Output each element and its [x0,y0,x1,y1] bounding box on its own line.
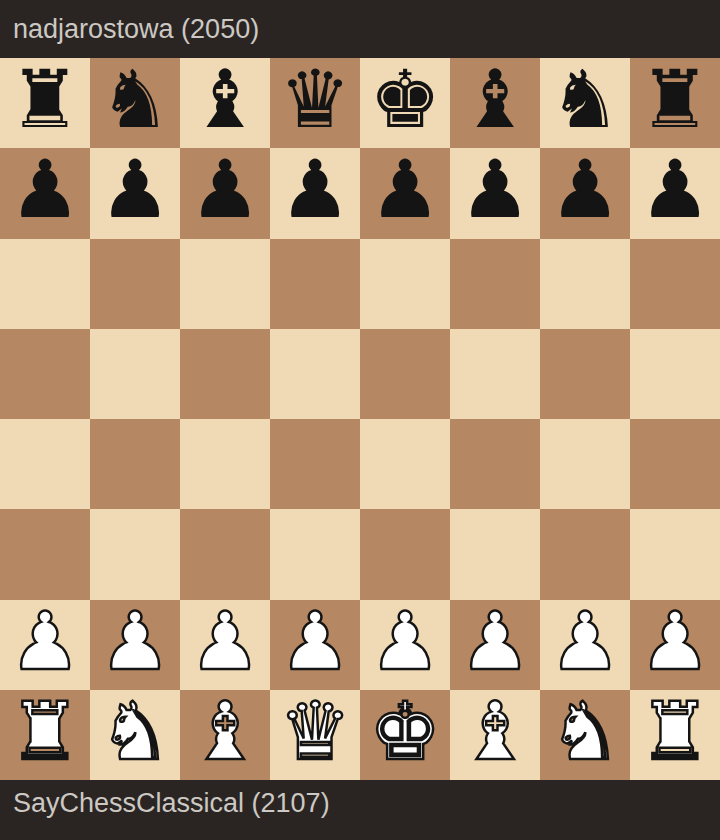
piece-black-pawn[interactable]: ♟ [9,145,81,235]
square-e4[interactable] [360,419,450,509]
square-d2[interactable]: ♟ [270,600,360,690]
square-b7[interactable]: ♟ [90,148,180,238]
piece-white-rook[interactable]: ♜ [9,687,81,777]
square-f4[interactable] [450,419,540,509]
top-player-label[interactable]: nadjarostowa (2050) [13,13,259,45]
square-b2[interactable]: ♟ [90,600,180,690]
piece-white-pawn[interactable]: ♟ [459,597,531,687]
piece-black-knight[interactable]: ♞ [549,55,621,145]
square-d7[interactable]: ♟ [270,148,360,238]
piece-black-bishop[interactable]: ♝ [459,55,531,145]
piece-white-knight[interactable]: ♞ [99,687,171,777]
chess-board: ♜♞♝♛♚♝♞♜♟♟♟♟♟♟♟♟♟♟♟♟♟♟♟♟♜♞♝♛♚♝♞♜ [0,58,720,780]
square-b3[interactable] [90,509,180,599]
square-d4[interactable] [270,419,360,509]
square-f3[interactable] [450,509,540,599]
square-d3[interactable] [270,509,360,599]
piece-white-pawn[interactable]: ♟ [99,597,171,687]
square-h6[interactable] [630,239,720,329]
piece-black-rook[interactable]: ♜ [639,55,711,145]
piece-white-king[interactable]: ♚ [369,687,441,777]
piece-white-queen[interactable]: ♛ [279,687,351,777]
square-h1[interactable]: ♜ [630,690,720,780]
square-b5[interactable] [90,329,180,419]
piece-white-rook[interactable]: ♜ [639,687,711,777]
square-e2[interactable]: ♟ [360,600,450,690]
square-d1[interactable]: ♛ [270,690,360,780]
square-c6[interactable] [180,239,270,329]
square-e3[interactable] [360,509,450,599]
square-a2[interactable]: ♟ [0,600,90,690]
square-a7[interactable]: ♟ [0,148,90,238]
square-g3[interactable] [540,509,630,599]
square-a3[interactable] [0,509,90,599]
square-g4[interactable] [540,419,630,509]
piece-black-pawn[interactable]: ♟ [99,145,171,235]
square-c2[interactable]: ♟ [180,600,270,690]
piece-black-knight[interactable]: ♞ [99,55,171,145]
piece-white-bishop[interactable]: ♝ [189,687,261,777]
square-c3[interactable] [180,509,270,599]
game-window: nadjarostowa (2050) ♜♞♝♛♚♝♞♜♟♟♟♟♟♟♟♟♟♟♟♟… [0,0,720,840]
square-g1[interactable]: ♞ [540,690,630,780]
piece-black-pawn[interactable]: ♟ [549,145,621,235]
piece-black-queen[interactable]: ♛ [279,55,351,145]
square-b8[interactable]: ♞ [90,58,180,148]
square-h4[interactable] [630,419,720,509]
square-c4[interactable] [180,419,270,509]
square-h3[interactable] [630,509,720,599]
piece-white-pawn[interactable]: ♟ [369,597,441,687]
square-g2[interactable]: ♟ [540,600,630,690]
square-f2[interactable]: ♟ [450,600,540,690]
square-f1[interactable]: ♝ [450,690,540,780]
square-e1[interactable]: ♚ [360,690,450,780]
top-player-bar: nadjarostowa (2050) [0,0,720,58]
square-g6[interactable] [540,239,630,329]
piece-white-pawn[interactable]: ♟ [639,597,711,687]
piece-black-pawn[interactable]: ♟ [639,145,711,235]
square-f8[interactable]: ♝ [450,58,540,148]
piece-black-rook[interactable]: ♜ [9,55,81,145]
square-a5[interactable] [0,329,90,419]
square-g8[interactable]: ♞ [540,58,630,148]
square-e6[interactable] [360,239,450,329]
piece-black-pawn[interactable]: ♟ [279,145,351,235]
piece-white-knight[interactable]: ♞ [549,687,621,777]
square-a1[interactable]: ♜ [0,690,90,780]
square-h8[interactable]: ♜ [630,58,720,148]
square-b4[interactable] [90,419,180,509]
piece-white-pawn[interactable]: ♟ [9,597,81,687]
piece-black-pawn[interactable]: ♟ [369,145,441,235]
square-c8[interactable]: ♝ [180,58,270,148]
piece-black-pawn[interactable]: ♟ [459,145,531,235]
square-f5[interactable] [450,329,540,419]
bottom-player-bar: SayChessClassical (2107) [0,780,720,840]
piece-black-pawn[interactable]: ♟ [189,145,261,235]
square-c1[interactable]: ♝ [180,690,270,780]
square-h7[interactable]: ♟ [630,148,720,238]
square-b1[interactable]: ♞ [90,690,180,780]
square-f6[interactable] [450,239,540,329]
square-a6[interactable] [0,239,90,329]
piece-white-pawn[interactable]: ♟ [549,597,621,687]
piece-white-bishop[interactable]: ♝ [459,687,531,777]
square-g5[interactable] [540,329,630,419]
square-b6[interactable] [90,239,180,329]
piece-black-king[interactable]: ♚ [369,55,441,145]
square-a4[interactable] [0,419,90,509]
square-e5[interactable] [360,329,450,419]
square-h2[interactable]: ♟ [630,600,720,690]
bottom-player-label[interactable]: SayChessClassical (2107) [13,787,330,819]
square-e7[interactable]: ♟ [360,148,450,238]
piece-white-pawn[interactable]: ♟ [189,597,261,687]
square-a8[interactable]: ♜ [0,58,90,148]
piece-black-bishop[interactable]: ♝ [189,55,261,145]
square-f7[interactable]: ♟ [450,148,540,238]
square-d5[interactable] [270,329,360,419]
square-c7[interactable]: ♟ [180,148,270,238]
square-c5[interactable] [180,329,270,419]
square-d8[interactable]: ♛ [270,58,360,148]
square-e8[interactable]: ♚ [360,58,450,148]
square-h5[interactable] [630,329,720,419]
square-g7[interactable]: ♟ [540,148,630,238]
piece-white-pawn[interactable]: ♟ [279,597,351,687]
square-d6[interactable] [270,239,360,329]
